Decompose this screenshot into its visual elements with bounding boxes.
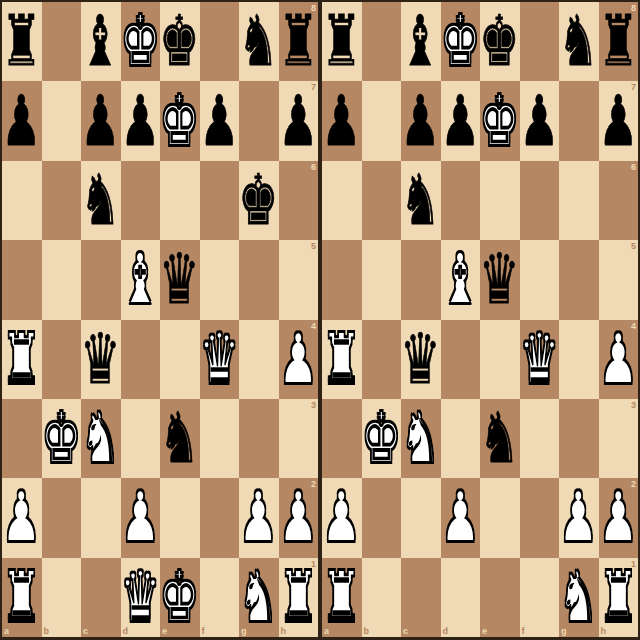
square-d5[interactable]: ♝	[121, 240, 161, 319]
square-c3[interactable]: ♞	[81, 399, 121, 478]
square-b1[interactable]: b	[362, 558, 402, 637]
square-c5[interactable]	[81, 240, 121, 319]
rank-label-7: 7	[311, 83, 316, 92]
file-label-h: h	[601, 627, 607, 636]
square-e5[interactable]: ♛	[160, 240, 200, 319]
rank-label-6: 6	[311, 163, 316, 172]
square-g4[interactable]	[239, 320, 279, 399]
piece-white-king: ♚	[121, 7, 161, 77]
double-board-stage: ♜♝♚♚♞♜8♟♟♟♚♟♟7♞♚6♝♛5♜♛♛♟4♚♞♞3♟♟♟♟2♜abc♛d…	[0, 0, 640, 640]
rank-label-3: 3	[311, 401, 316, 410]
piece-black-pawn: ♟	[81, 86, 121, 156]
square-c7[interactable]: ♟	[81, 81, 121, 160]
piece-white-king: ♚	[362, 404, 402, 474]
square-a4[interactable]: ♜	[322, 320, 362, 399]
square-e2[interactable]	[480, 478, 520, 557]
square-c2[interactable]	[401, 478, 441, 557]
square-c2[interactable]	[81, 478, 121, 557]
square-b2[interactable]	[42, 478, 82, 557]
square-f3[interactable]	[200, 399, 240, 478]
square-b3[interactable]: ♚	[362, 399, 402, 478]
square-d4[interactable]	[441, 320, 481, 399]
piece-white-pawn: ♟	[239, 483, 279, 553]
square-h3[interactable]: 3	[279, 399, 319, 478]
square-h8[interactable]: ♜8	[599, 2, 639, 81]
square-d1[interactable]: ♛d	[121, 558, 161, 637]
piece-black-pawn: ♟	[441, 86, 481, 156]
piece-white-queen: ♛	[200, 324, 240, 394]
square-a5[interactable]	[322, 240, 362, 319]
file-label-f: f	[522, 627, 525, 636]
square-h5[interactable]: 5	[279, 240, 319, 319]
piece-white-knight: ♞	[81, 404, 121, 474]
square-d3[interactable]	[441, 399, 481, 478]
square-b6[interactable]	[42, 161, 82, 240]
square-b4[interactable]	[42, 320, 82, 399]
piece-white-bishop: ♝	[441, 245, 481, 315]
square-g2[interactable]: ♟	[239, 478, 279, 557]
rank-label-5: 5	[631, 242, 636, 251]
piece-black-bishop: ♝	[81, 7, 121, 77]
square-f3[interactable]	[520, 399, 560, 478]
square-b8[interactable]	[42, 2, 82, 81]
square-a4[interactable]: ♜	[2, 320, 42, 399]
piece-black-knight: ♞	[160, 404, 200, 474]
square-b6[interactable]	[362, 161, 402, 240]
piece-white-pawn: ♟	[599, 324, 639, 394]
square-c8[interactable]: ♝	[401, 2, 441, 81]
square-h2[interactable]: ♟2	[599, 478, 639, 557]
square-h6[interactable]: 6	[599, 161, 639, 240]
piece-black-pawn: ♟	[200, 86, 240, 156]
square-d7[interactable]: ♟	[121, 81, 161, 160]
piece-white-king: ♚	[160, 86, 200, 156]
piece-black-knight: ♞	[239, 7, 279, 77]
file-label-c: c	[403, 627, 408, 636]
square-e6[interactable]	[160, 161, 200, 240]
square-g5[interactable]	[239, 240, 279, 319]
square-b3[interactable]: ♚	[42, 399, 82, 478]
square-g1[interactable]: ♞g	[559, 558, 599, 637]
piece-white-pawn: ♟	[2, 483, 42, 553]
file-label-e: e	[162, 627, 167, 636]
square-e4[interactable]	[160, 320, 200, 399]
piece-black-knight: ♞	[401, 166, 441, 236]
square-f6[interactable]	[520, 161, 560, 240]
piece-white-pawn: ♟	[599, 483, 639, 553]
square-e8[interactable]: ♚	[480, 2, 520, 81]
square-b1[interactable]: b	[42, 558, 82, 637]
piece-black-pawn: ♟	[401, 86, 441, 156]
square-f5[interactable]	[520, 240, 560, 319]
square-g8[interactable]: ♞	[559, 2, 599, 81]
square-a1[interactable]: ♜a	[2, 558, 42, 637]
rank-label-2: 2	[631, 480, 636, 489]
file-label-g: g	[561, 627, 567, 636]
square-c3[interactable]: ♞	[401, 399, 441, 478]
square-a7[interactable]: ♟	[2, 81, 42, 160]
square-e2[interactable]	[160, 478, 200, 557]
square-b4[interactable]	[362, 320, 402, 399]
square-b7[interactable]	[42, 81, 82, 160]
rank-label-5: 5	[311, 242, 316, 251]
file-label-c: c	[83, 627, 88, 636]
piece-black-knight: ♞	[81, 166, 121, 236]
piece-white-knight: ♞	[239, 562, 279, 632]
square-g2[interactable]: ♟	[559, 478, 599, 557]
file-label-d: d	[443, 627, 449, 636]
file-label-e: e	[482, 627, 487, 636]
square-h4[interactable]: ♟4	[599, 320, 639, 399]
piece-black-queen: ♛	[480, 245, 520, 315]
square-e7[interactable]: ♚	[160, 81, 200, 160]
square-g1[interactable]: ♞g	[239, 558, 279, 637]
piece-white-rook: ♜	[599, 562, 639, 632]
rank-label-3: 3	[631, 401, 636, 410]
square-f8[interactable]	[520, 2, 560, 81]
piece-white-rook: ♜	[2, 562, 42, 632]
square-d2[interactable]: ♟	[441, 478, 481, 557]
square-b8[interactable]	[362, 2, 402, 81]
square-a7[interactable]: ♟	[322, 81, 362, 160]
square-b7[interactable]	[362, 81, 402, 160]
chessboard-left[interactable]: ♜♝♚♚♞♜8♟♟♟♚♟♟7♞♚6♝♛5♜♛♛♟4♚♞♞3♟♟♟♟2♜abc♛d…	[2, 2, 318, 637]
square-c1[interactable]: c	[81, 558, 121, 637]
file-label-b: b	[44, 627, 50, 636]
square-a2[interactable]: ♟	[2, 478, 42, 557]
piece-white-bishop: ♝	[121, 245, 161, 315]
rank-label-8: 8	[631, 4, 636, 13]
square-d8[interactable]: ♚	[121, 2, 161, 81]
piece-black-king: ♚	[239, 166, 279, 236]
rank-label-7: 7	[631, 83, 636, 92]
square-h3[interactable]: 3	[599, 399, 639, 478]
square-c6[interactable]: ♞	[81, 161, 121, 240]
square-d7[interactable]: ♟	[441, 81, 481, 160]
square-h1[interactable]: ♜1h	[279, 558, 319, 637]
file-label-a: a	[4, 627, 9, 636]
square-f8[interactable]	[200, 2, 240, 81]
square-c8[interactable]: ♝	[81, 2, 121, 81]
file-label-b: b	[364, 627, 370, 636]
piece-black-pawn: ♟	[599, 86, 639, 156]
square-c4[interactable]: ♛	[401, 320, 441, 399]
rank-label-4: 4	[631, 322, 636, 331]
square-d5[interactable]: ♝	[441, 240, 481, 319]
square-h7[interactable]: ♟7	[599, 81, 639, 160]
square-f1[interactable]: f	[200, 558, 240, 637]
square-b2[interactable]	[362, 478, 402, 557]
square-g7[interactable]	[559, 81, 599, 160]
rank-label-4: 4	[311, 322, 316, 331]
square-e6[interactable]	[480, 161, 520, 240]
square-a6[interactable]	[2, 161, 42, 240]
square-a3[interactable]	[2, 399, 42, 478]
square-e8[interactable]: ♚	[160, 2, 200, 81]
piece-white-pawn: ♟	[322, 483, 362, 553]
square-h4[interactable]: ♟4	[279, 320, 319, 399]
rank-label-6: 6	[631, 163, 636, 172]
piece-black-knight: ♞	[559, 7, 599, 77]
piece-white-pawn: ♟	[441, 483, 481, 553]
square-e3[interactable]: ♞	[160, 399, 200, 478]
square-g6[interactable]: ♚	[239, 161, 279, 240]
square-e1[interactable]: ♚e	[160, 558, 200, 637]
square-f4[interactable]: ♛	[200, 320, 240, 399]
piece-white-knight: ♞	[401, 404, 441, 474]
piece-black-queen: ♛	[401, 324, 441, 394]
square-f5[interactable]	[200, 240, 240, 319]
piece-white-pawn: ♟	[121, 483, 161, 553]
square-f2[interactable]	[200, 478, 240, 557]
square-f6[interactable]	[200, 161, 240, 240]
square-d2[interactable]: ♟	[121, 478, 161, 557]
piece-white-king: ♚	[441, 7, 481, 77]
piece-white-pawn: ♟	[279, 483, 319, 553]
piece-black-queen: ♛	[81, 324, 121, 394]
square-d3[interactable]	[121, 399, 161, 478]
square-c5[interactable]	[401, 240, 441, 319]
piece-black-pawn: ♟	[322, 86, 362, 156]
square-e3[interactable]: ♞	[480, 399, 520, 478]
piece-black-king: ♚	[480, 7, 520, 77]
square-f7[interactable]: ♟	[200, 81, 240, 160]
piece-black-pawn: ♟	[121, 86, 161, 156]
file-label-f: f	[202, 627, 205, 636]
piece-white-pawn: ♟	[559, 483, 599, 553]
square-b5[interactable]	[362, 240, 402, 319]
rank-label-2: 2	[311, 480, 316, 489]
square-d4[interactable]	[121, 320, 161, 399]
file-label-h: h	[281, 627, 287, 636]
square-a6[interactable]	[322, 161, 362, 240]
square-e4[interactable]	[480, 320, 520, 399]
piece-black-bishop: ♝	[401, 7, 441, 77]
piece-black-queen: ♛	[160, 245, 200, 315]
square-h5[interactable]: 5	[599, 240, 639, 319]
piece-white-king: ♚	[160, 562, 200, 632]
square-a5[interactable]	[2, 240, 42, 319]
square-d6[interactable]	[121, 161, 161, 240]
piece-white-rook: ♜	[2, 324, 42, 394]
piece-white-king: ♚	[42, 404, 82, 474]
square-c6[interactable]: ♞	[401, 161, 441, 240]
piece-white-queen: ♛	[121, 562, 161, 632]
square-c7[interactable]: ♟	[401, 81, 441, 160]
piece-black-rook: ♜	[599, 7, 639, 77]
square-g3[interactable]	[239, 399, 279, 478]
square-h1[interactable]: ♜1h	[599, 558, 639, 637]
square-f1[interactable]: f	[520, 558, 560, 637]
piece-black-king: ♚	[160, 7, 200, 77]
square-g6[interactable]	[559, 161, 599, 240]
square-g7[interactable]	[239, 81, 279, 160]
piece-white-knight: ♞	[559, 562, 599, 632]
piece-white-king: ♚	[480, 86, 520, 156]
square-h2[interactable]: ♟2	[279, 478, 319, 557]
square-f4[interactable]: ♛	[520, 320, 560, 399]
rank-label-1: 1	[631, 560, 636, 569]
square-a8[interactable]: ♜	[322, 2, 362, 81]
square-h8[interactable]: ♜8	[279, 2, 319, 81]
piece-white-queen: ♛	[520, 324, 560, 394]
chessboard-right[interactable]: ♜♝♚♚♞♜8♟♟♟♚♟♟7♞6♝♛5♜♛♛♟4♚♞♞3♟♟♟♟2♜abcdef…	[322, 2, 638, 637]
square-a8[interactable]: ♜	[2, 2, 42, 81]
piece-black-rook: ♜	[279, 7, 319, 77]
piece-black-rook: ♜	[322, 7, 362, 77]
piece-black-pawn: ♟	[2, 86, 42, 156]
piece-white-rook: ♜	[322, 324, 362, 394]
square-f2[interactable]	[520, 478, 560, 557]
piece-black-pawn: ♟	[279, 86, 319, 156]
square-f7[interactable]: ♟	[520, 81, 560, 160]
square-c4[interactable]: ♛	[81, 320, 121, 399]
square-g5[interactable]	[559, 240, 599, 319]
piece-white-pawn: ♟	[279, 324, 319, 394]
piece-black-rook: ♜	[2, 7, 42, 77]
square-e5[interactable]: ♛	[480, 240, 520, 319]
square-e7[interactable]: ♚	[480, 81, 520, 160]
square-e1[interactable]: e	[480, 558, 520, 637]
piece-black-knight: ♞	[480, 404, 520, 474]
square-g3[interactable]	[559, 399, 599, 478]
square-c1[interactable]: c	[401, 558, 441, 637]
file-label-g: g	[241, 627, 247, 636]
square-b5[interactable]	[42, 240, 82, 319]
square-a2[interactable]: ♟	[322, 478, 362, 557]
rank-label-1: 1	[311, 560, 316, 569]
file-label-d: d	[123, 627, 129, 636]
square-d8[interactable]: ♚	[441, 2, 481, 81]
square-g8[interactable]: ♞	[239, 2, 279, 81]
square-d1[interactable]: d	[441, 558, 481, 637]
square-a3[interactable]	[322, 399, 362, 478]
square-g4[interactable]	[559, 320, 599, 399]
piece-white-rook: ♜	[279, 562, 319, 632]
square-h7[interactable]: ♟7	[279, 81, 319, 160]
file-label-a: a	[324, 627, 329, 636]
rank-label-8: 8	[311, 4, 316, 13]
square-d6[interactable]	[441, 161, 481, 240]
piece-white-rook: ♜	[322, 562, 362, 632]
square-h6[interactable]: 6	[279, 161, 319, 240]
piece-black-pawn: ♟	[520, 86, 560, 156]
square-a1[interactable]: ♜a	[322, 558, 362, 637]
